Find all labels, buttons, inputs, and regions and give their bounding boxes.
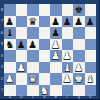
white-pawn: ♟ bbox=[74, 62, 83, 73]
square-h2[interactable]: ♝ bbox=[85, 73, 97, 85]
black-pawn: ♟ bbox=[51, 16, 60, 27]
square-d3[interactable] bbox=[39, 62, 51, 74]
square-g6[interactable] bbox=[73, 27, 85, 39]
square-c7[interactable]: ♛ bbox=[27, 16, 39, 28]
square-g4[interactable] bbox=[73, 50, 85, 62]
square-h8[interactable] bbox=[85, 4, 97, 16]
square-b3[interactable]: ♟ bbox=[16, 62, 28, 74]
chess-diagram: ♚♟♛♟♟♟♟♝♟♞♟♟♟♟♟♟♝♟♟♛♟♚♝♞ 87654321abcdefg… bbox=[0, 0, 100, 100]
rank-label: 7 bbox=[1, 19, 4, 23]
rank-label: 8 bbox=[1, 8, 4, 12]
square-b7[interactable] bbox=[16, 16, 28, 28]
square-h6[interactable] bbox=[85, 27, 97, 39]
white-pawn: ♟ bbox=[63, 73, 72, 84]
square-e3[interactable] bbox=[50, 62, 62, 74]
white-bishop: ♝ bbox=[63, 62, 72, 73]
file-label: h bbox=[85, 95, 97, 99]
square-f6[interactable] bbox=[62, 27, 74, 39]
file-label: g bbox=[73, 95, 85, 99]
white-pawn: ♟ bbox=[63, 50, 72, 61]
square-a5[interactable]: ♞ bbox=[4, 39, 16, 51]
square-e8[interactable] bbox=[50, 4, 62, 16]
black-bishop: ♝ bbox=[5, 27, 14, 38]
square-a2[interactable]: ♟ bbox=[4, 73, 16, 85]
rank-label: 1 bbox=[1, 88, 4, 92]
black-pawn: ♟ bbox=[63, 16, 72, 27]
square-d5[interactable] bbox=[39, 39, 51, 51]
white-queen: ♛ bbox=[28, 73, 37, 84]
square-d7[interactable] bbox=[39, 16, 51, 28]
square-a4[interactable] bbox=[4, 50, 16, 62]
square-f2[interactable]: ♟ bbox=[62, 73, 74, 85]
square-g8[interactable]: ♚ bbox=[73, 4, 85, 16]
square-b8[interactable] bbox=[16, 4, 28, 16]
square-d4[interactable] bbox=[39, 50, 51, 62]
black-pawn: ♟ bbox=[86, 16, 95, 27]
square-g7[interactable]: ♟ bbox=[73, 16, 85, 28]
square-a6[interactable]: ♝ bbox=[4, 27, 16, 39]
square-b6[interactable] bbox=[16, 27, 28, 39]
square-c5[interactable]: ♟ bbox=[27, 39, 39, 51]
rank-label: 4 bbox=[1, 54, 4, 58]
square-g5[interactable] bbox=[73, 39, 85, 51]
square-h4[interactable] bbox=[85, 50, 97, 62]
file-label: f bbox=[62, 95, 74, 99]
square-d8[interactable] bbox=[39, 4, 51, 16]
square-c4[interactable] bbox=[27, 50, 39, 62]
black-pawn: ♟ bbox=[5, 16, 14, 27]
square-a7[interactable]: ♟ bbox=[4, 16, 16, 28]
square-f3[interactable]: ♝ bbox=[62, 62, 74, 74]
square-b5[interactable]: ♟ bbox=[16, 39, 28, 51]
square-g2[interactable]: ♚ bbox=[73, 73, 85, 85]
file-label: b bbox=[16, 95, 28, 99]
square-g3[interactable]: ♟ bbox=[73, 62, 85, 74]
white-bishop: ♝ bbox=[86, 73, 95, 84]
file-label: a bbox=[4, 95, 16, 99]
black-pawn: ♟ bbox=[74, 16, 83, 27]
rank-label: 2 bbox=[1, 77, 4, 81]
square-h3[interactable] bbox=[85, 62, 97, 74]
square-b2[interactable] bbox=[16, 73, 28, 85]
rank-label: 5 bbox=[1, 42, 4, 46]
white-pawn: ♟ bbox=[5, 73, 14, 84]
square-e4[interactable]: ♟ bbox=[50, 50, 62, 62]
square-e5[interactable]: ♟ bbox=[50, 39, 62, 51]
square-h7[interactable]: ♟ bbox=[85, 16, 97, 28]
black-king: ♚ bbox=[74, 4, 83, 15]
square-f8[interactable] bbox=[62, 4, 74, 16]
white-king: ♚ bbox=[74, 73, 83, 84]
square-c8[interactable] bbox=[27, 4, 39, 16]
square-a8[interactable] bbox=[4, 4, 16, 16]
square-f5[interactable] bbox=[62, 39, 74, 51]
square-b4[interactable] bbox=[16, 50, 28, 62]
square-a3[interactable] bbox=[4, 62, 16, 74]
square-d6[interactable] bbox=[39, 27, 51, 39]
rank-label: 3 bbox=[1, 65, 4, 69]
rank-label: 6 bbox=[1, 31, 4, 35]
black-pawn: ♟ bbox=[51, 27, 60, 38]
square-e7[interactable]: ♟ bbox=[50, 16, 62, 28]
square-c2[interactable]: ♛ bbox=[27, 73, 39, 85]
square-e6[interactable]: ♟ bbox=[50, 27, 62, 39]
file-label: d bbox=[39, 95, 51, 99]
file-label: c bbox=[27, 95, 39, 99]
white-pawn: ♟ bbox=[51, 39, 60, 50]
square-f7[interactable]: ♟ bbox=[62, 16, 74, 28]
chess-board: ♚♟♛♟♟♟♟♝♟♞♟♟♟♟♟♟♝♟♟♛♟♚♝♞ bbox=[4, 4, 96, 96]
square-h5[interactable] bbox=[85, 39, 97, 51]
square-e2[interactable] bbox=[50, 73, 62, 85]
black-knight: ♞ bbox=[5, 39, 14, 50]
square-c3[interactable] bbox=[27, 62, 39, 74]
board-border: ♚♟♛♟♟♟♟♝♟♞♟♟♟♟♟♟♝♟♟♛♟♚♝♞ 87654321abcdefg… bbox=[0, 0, 100, 100]
square-c6[interactable] bbox=[27, 27, 39, 39]
square-f4[interactable]: ♟ bbox=[62, 50, 74, 62]
black-queen: ♛ bbox=[28, 16, 37, 27]
white-pawn: ♟ bbox=[51, 50, 60, 61]
black-pawn: ♟ bbox=[28, 39, 37, 50]
black-pawn: ♟ bbox=[17, 39, 26, 50]
white-pawn: ♟ bbox=[17, 62, 26, 73]
square-d2[interactable] bbox=[39, 73, 51, 85]
file-label: e bbox=[50, 95, 62, 99]
